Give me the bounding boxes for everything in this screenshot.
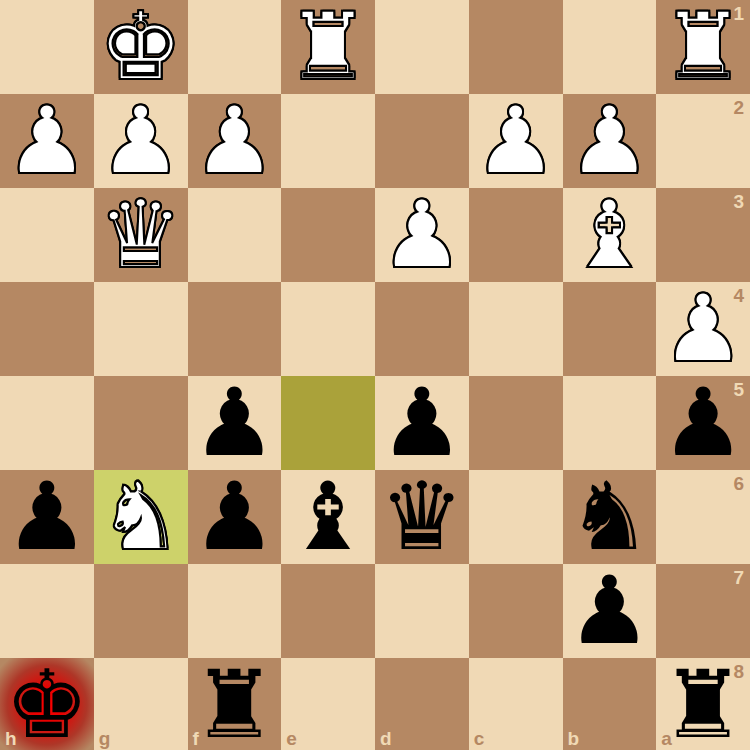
black-king[interactable]: ♚ (5, 658, 89, 750)
square-d7[interactable] (375, 564, 469, 658)
white-pawn[interactable]: ♟ (5, 94, 89, 188)
square-f1[interactable] (188, 0, 282, 94)
square-e4[interactable] (281, 282, 375, 376)
square-h1[interactable] (0, 0, 94, 94)
square-c8[interactable]: c (469, 658, 563, 750)
square-d4[interactable] (375, 282, 469, 376)
square-g6[interactable]: ♞ (94, 470, 188, 564)
square-f4[interactable] (188, 282, 282, 376)
square-f2[interactable]: ♟ (188, 94, 282, 188)
black-knight[interactable]: ♞ (567, 470, 651, 564)
black-bishop[interactable]: ♝ (286, 470, 370, 564)
white-bishop[interactable]: ♝ (567, 188, 651, 282)
square-f3[interactable] (188, 188, 282, 282)
black-pawn[interactable]: ♟ (380, 376, 464, 470)
black-pawn[interactable]: ♟ (192, 376, 276, 470)
black-pawn[interactable]: ♟ (567, 564, 651, 658)
square-d1[interactable] (375, 0, 469, 94)
square-h2[interactable]: ♟ (0, 94, 94, 188)
square-b2[interactable]: ♟ (563, 94, 657, 188)
white-pawn[interactable]: ♟ (192, 94, 276, 188)
file-label-g: g (99, 728, 111, 750)
square-f5[interactable]: ♟ (188, 376, 282, 470)
white-pawn[interactable]: ♟ (98, 94, 182, 188)
square-b1[interactable] (563, 0, 657, 94)
square-a8[interactable]: 8a♜ (656, 658, 750, 750)
square-f7[interactable] (188, 564, 282, 658)
black-queen[interactable]: ♛ (380, 470, 464, 564)
square-f8[interactable]: f♜ (188, 658, 282, 750)
square-e1[interactable]: ♜ (281, 0, 375, 94)
square-a5[interactable]: 5♟ (656, 376, 750, 470)
square-d8[interactable]: d (375, 658, 469, 750)
square-h7[interactable] (0, 564, 94, 658)
square-c1[interactable] (469, 0, 563, 94)
black-pawn[interactable]: ♟ (192, 470, 276, 564)
square-b6[interactable]: ♞ (563, 470, 657, 564)
square-g7[interactable] (94, 564, 188, 658)
square-a1[interactable]: 1♜ (656, 0, 750, 94)
square-e3[interactable] (281, 188, 375, 282)
chess-board: ♚♜1♜♟♟♟♟♟2♛♟♝34♟♟♟5♟♟♞♟♝♛♞6♟7h♚gf♜edcb8a… (0, 0, 750, 750)
square-h3[interactable] (0, 188, 94, 282)
square-e6[interactable]: ♝ (281, 470, 375, 564)
black-pawn[interactable]: ♟ (5, 470, 89, 564)
black-rook[interactable]: ♜ (192, 658, 276, 750)
file-label-e: e (286, 728, 297, 750)
square-g2[interactable]: ♟ (94, 94, 188, 188)
square-e2[interactable] (281, 94, 375, 188)
square-d5[interactable]: ♟ (375, 376, 469, 470)
white-rook[interactable]: ♜ (661, 0, 745, 94)
square-g3[interactable]: ♛ (94, 188, 188, 282)
square-a6[interactable]: 6 (656, 470, 750, 564)
file-label-c: c (474, 728, 485, 750)
square-g1[interactable]: ♚ (94, 0, 188, 94)
square-c4[interactable] (469, 282, 563, 376)
white-pawn[interactable]: ♟ (380, 188, 464, 282)
square-h6[interactable]: ♟ (0, 470, 94, 564)
square-b4[interactable] (563, 282, 657, 376)
white-queen[interactable]: ♛ (98, 188, 182, 282)
black-pawn[interactable]: ♟ (661, 376, 745, 470)
square-e8[interactable]: e (281, 658, 375, 750)
square-c3[interactable] (469, 188, 563, 282)
square-d6[interactable]: ♛ (375, 470, 469, 564)
square-b3[interactable]: ♝ (563, 188, 657, 282)
white-pawn[interactable]: ♟ (567, 94, 651, 188)
square-d2[interactable] (375, 94, 469, 188)
square-g4[interactable] (94, 282, 188, 376)
square-c2[interactable]: ♟ (469, 94, 563, 188)
square-h4[interactable] (0, 282, 94, 376)
white-knight[interactable]: ♞ (98, 470, 182, 564)
square-g5[interactable] (94, 376, 188, 470)
square-h5[interactable] (0, 376, 94, 470)
square-c6[interactable] (469, 470, 563, 564)
white-rook[interactable]: ♜ (286, 0, 370, 94)
file-label-b: b (568, 728, 580, 750)
square-a4[interactable]: 4♟ (656, 282, 750, 376)
square-e7[interactable] (281, 564, 375, 658)
square-a2[interactable]: 2 (656, 94, 750, 188)
black-rook[interactable]: ♜ (661, 658, 745, 750)
square-b5[interactable] (563, 376, 657, 470)
square-a7[interactable]: 7 (656, 564, 750, 658)
white-king[interactable]: ♚ (98, 0, 182, 94)
square-c5[interactable] (469, 376, 563, 470)
white-pawn[interactable]: ♟ (473, 94, 557, 188)
rank-label-7: 7 (733, 567, 744, 589)
rank-label-3: 3 (733, 191, 744, 213)
square-b7[interactable]: ♟ (563, 564, 657, 658)
square-b8[interactable]: b (563, 658, 657, 750)
square-a3[interactable]: 3 (656, 188, 750, 282)
white-pawn[interactable]: ♟ (661, 282, 745, 376)
square-c7[interactable] (469, 564, 563, 658)
square-d3[interactable]: ♟ (375, 188, 469, 282)
square-e5[interactable] (281, 376, 375, 470)
square-f6[interactable]: ♟ (188, 470, 282, 564)
file-label-d: d (380, 728, 392, 750)
square-g8[interactable]: g (94, 658, 188, 750)
square-h8[interactable]: h♚ (0, 658, 94, 750)
